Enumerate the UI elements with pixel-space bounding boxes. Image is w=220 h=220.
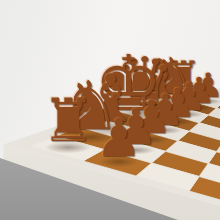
rook-icon: ♜ xyxy=(42,90,96,150)
pawn-icon: ♟ xyxy=(95,112,142,164)
photo-stage: ♜♞♝♚♛♝♞♜♟♟♟♟♟♟♟♟ xyxy=(0,0,220,220)
piece-brown-pawn-h7[interactable]: ♟ xyxy=(119,162,166,214)
pieces-layer: ♜♞♝♚♛♝♞♜♟♟♟♟♟♟♟♟ xyxy=(0,0,220,220)
